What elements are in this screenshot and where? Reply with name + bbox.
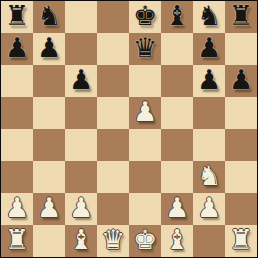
square-a3[interactable] [1, 161, 33, 193]
square-d8[interactable] [97, 1, 129, 33]
square-b5[interactable] [33, 97, 65, 129]
square-c5[interactable] [65, 97, 97, 129]
square-f4[interactable] [161, 129, 193, 161]
piece-white-pawn: ♟ [165, 192, 189, 224]
square-g7[interactable]: ♟ [193, 33, 225, 65]
square-g4[interactable] [193, 129, 225, 161]
piece-white-rook: ♜ [5, 224, 29, 256]
piece-white-king: ♚ [133, 224, 157, 256]
square-e5[interactable]: ♟ [129, 97, 161, 129]
square-d4[interactable] [97, 129, 129, 161]
square-d7[interactable] [97, 33, 129, 65]
chess-board: ♜♞♚♝♞♜♟♟♛♟♟♟♟♟♞♟♟♟♟♟♜♝♛♚♝♜ [0, 0, 258, 258]
piece-black-pawn: ♟ [37, 32, 61, 64]
square-d3[interactable] [97, 161, 129, 193]
square-b6[interactable] [33, 65, 65, 97]
piece-white-knight: ♞ [197, 160, 221, 192]
square-g3[interactable]: ♞ [193, 161, 225, 193]
square-a7[interactable]: ♟ [1, 33, 33, 65]
piece-black-pawn: ♟ [69, 64, 93, 96]
square-h4[interactable] [225, 129, 257, 161]
square-a8[interactable]: ♜ [1, 1, 33, 33]
piece-white-pawn: ♟ [133, 96, 157, 128]
square-b3[interactable] [33, 161, 65, 193]
square-f2[interactable]: ♟ [161, 193, 193, 225]
square-h8[interactable]: ♜ [225, 1, 257, 33]
square-c4[interactable] [65, 129, 97, 161]
piece-white-pawn: ♟ [5, 192, 29, 224]
square-g5[interactable] [193, 97, 225, 129]
square-b7[interactable]: ♟ [33, 33, 65, 65]
piece-white-rook: ♜ [229, 224, 253, 256]
square-a1[interactable]: ♜ [1, 225, 33, 257]
square-h6[interactable]: ♟ [225, 65, 257, 97]
piece-black-queen: ♛ [133, 32, 157, 64]
square-h3[interactable] [225, 161, 257, 193]
square-f6[interactable] [161, 65, 193, 97]
square-g8[interactable]: ♞ [193, 1, 225, 33]
square-b2[interactable]: ♟ [33, 193, 65, 225]
square-a4[interactable] [1, 129, 33, 161]
square-e1[interactable]: ♚ [129, 225, 161, 257]
piece-black-knight: ♞ [197, 0, 221, 32]
square-h1[interactable]: ♜ [225, 225, 257, 257]
square-b4[interactable] [33, 129, 65, 161]
piece-black-pawn: ♟ [197, 64, 221, 96]
square-h2[interactable] [225, 193, 257, 225]
piece-black-pawn: ♟ [5, 32, 29, 64]
piece-black-bishop: ♝ [165, 0, 189, 32]
piece-white-bishop: ♝ [165, 224, 189, 256]
square-d5[interactable] [97, 97, 129, 129]
square-a6[interactable] [1, 65, 33, 97]
piece-white-bishop: ♝ [69, 224, 93, 256]
piece-white-pawn: ♟ [37, 192, 61, 224]
square-d6[interactable] [97, 65, 129, 97]
piece-black-knight: ♞ [37, 0, 61, 32]
square-g6[interactable]: ♟ [193, 65, 225, 97]
piece-black-king: ♚ [133, 0, 157, 32]
piece-black-rook: ♜ [5, 0, 29, 32]
piece-white-queen: ♛ [101, 224, 125, 256]
square-e3[interactable] [129, 161, 161, 193]
square-d1[interactable]: ♛ [97, 225, 129, 257]
square-e2[interactable] [129, 193, 161, 225]
square-e4[interactable] [129, 129, 161, 161]
square-c3[interactable] [65, 161, 97, 193]
square-f5[interactable] [161, 97, 193, 129]
square-c7[interactable] [65, 33, 97, 65]
square-g2[interactable]: ♟ [193, 193, 225, 225]
square-e7[interactable]: ♛ [129, 33, 161, 65]
piece-black-pawn: ♟ [229, 64, 253, 96]
square-h5[interactable] [225, 97, 257, 129]
piece-white-pawn: ♟ [69, 192, 93, 224]
square-e6[interactable] [129, 65, 161, 97]
square-d2[interactable] [97, 193, 129, 225]
square-b1[interactable] [33, 225, 65, 257]
square-e8[interactable]: ♚ [129, 1, 161, 33]
square-a5[interactable] [1, 97, 33, 129]
square-b8[interactable]: ♞ [33, 1, 65, 33]
square-g1[interactable] [193, 225, 225, 257]
square-a2[interactable]: ♟ [1, 193, 33, 225]
square-c2[interactable]: ♟ [65, 193, 97, 225]
square-f8[interactable]: ♝ [161, 1, 193, 33]
piece-black-pawn: ♟ [197, 32, 221, 64]
square-f3[interactable] [161, 161, 193, 193]
square-f7[interactable] [161, 33, 193, 65]
square-c8[interactable] [65, 1, 97, 33]
square-c6[interactable]: ♟ [65, 65, 97, 97]
piece-black-rook: ♜ [229, 0, 253, 32]
piece-white-pawn: ♟ [197, 192, 221, 224]
square-h7[interactable] [225, 33, 257, 65]
square-f1[interactable]: ♝ [161, 225, 193, 257]
square-c1[interactable]: ♝ [65, 225, 97, 257]
